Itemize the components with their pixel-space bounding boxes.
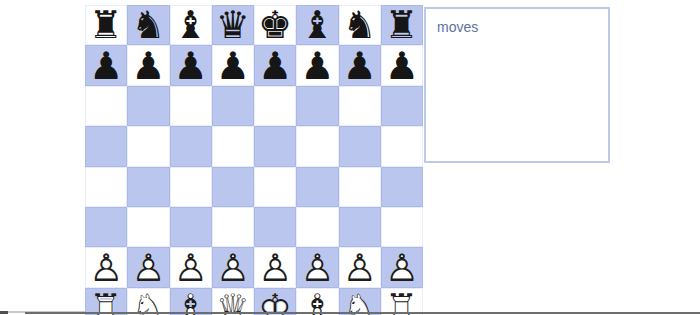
piece-white-pawn-outline: ♙ — [343, 249, 377, 287]
square-e4[interactable] — [254, 167, 296, 207]
square-c2[interactable]: ♟♙ — [170, 247, 212, 287]
square-a1[interactable]: ♜♖ — [85, 288, 127, 315]
square-a3[interactable] — [85, 207, 127, 247]
square-b8[interactable]: ♞ — [127, 5, 169, 45]
square-h4[interactable] — [381, 167, 423, 207]
square-h2[interactable]: ♟♙ — [381, 247, 423, 287]
square-h7[interactable]: ♟ — [381, 45, 423, 85]
piece-black-knight[interactable]: ♞ — [131, 6, 165, 44]
square-g1[interactable]: ♞♘ — [339, 288, 381, 315]
piece-black-rook[interactable]: ♜ — [385, 6, 419, 44]
piece-black-bishop[interactable]: ♝ — [174, 6, 208, 44]
piece-black-pawn[interactable]: ♟ — [258, 47, 292, 85]
piece-white-pawn[interactable]: ♟♙ — [382, 248, 422, 286]
square-h6[interactable] — [381, 86, 423, 126]
square-a5[interactable] — [85, 126, 127, 166]
square-f2[interactable]: ♟♙ — [296, 247, 338, 287]
piece-white-pawn-outline: ♙ — [216, 249, 250, 287]
piece-black-pawn[interactable]: ♟ — [89, 47, 123, 85]
piece-white-pawn-outline: ♙ — [300, 249, 334, 287]
square-h1[interactable]: ♜♖ — [381, 288, 423, 315]
piece-black-pawn[interactable]: ♟ — [216, 47, 250, 85]
square-a4[interactable] — [85, 167, 127, 207]
square-f7[interactable]: ♟ — [296, 45, 338, 85]
piece-black-rook[interactable]: ♜ — [89, 6, 123, 44]
square-b7[interactable]: ♟ — [127, 45, 169, 85]
square-b2[interactable]: ♟♙ — [127, 247, 169, 287]
square-g6[interactable] — [339, 86, 381, 126]
piece-black-pawn[interactable]: ♟ — [131, 47, 165, 85]
piece-black-pawn[interactable]: ♟ — [385, 47, 419, 85]
square-d3[interactable] — [212, 207, 254, 247]
piece-black-bishop[interactable]: ♝ — [300, 6, 334, 44]
square-c3[interactable] — [170, 207, 212, 247]
square-c1[interactable]: ♝♗ — [170, 288, 212, 315]
square-a2[interactable]: ♟♙ — [85, 247, 127, 287]
square-e7[interactable]: ♟ — [254, 45, 296, 85]
square-g2[interactable]: ♟♙ — [339, 247, 381, 287]
moves-panel-title: moves — [437, 19, 608, 35]
piece-black-knight[interactable]: ♞ — [343, 6, 377, 44]
square-b3[interactable] — [127, 207, 169, 247]
piece-white-pawn[interactable]: ♟♙ — [255, 248, 295, 286]
square-b4[interactable] — [127, 167, 169, 207]
piece-white-pawn[interactable]: ♟♙ — [171, 248, 211, 286]
piece-black-pawn[interactable]: ♟ — [174, 47, 208, 85]
piece-black-pawn[interactable]: ♟ — [343, 47, 377, 85]
square-c7[interactable]: ♟ — [170, 45, 212, 85]
piece-white-pawn[interactable]: ♟♙ — [213, 248, 253, 286]
bottom-edge-cap — [0, 311, 8, 314]
square-f8[interactable]: ♝ — [296, 5, 338, 45]
square-e6[interactable] — [254, 86, 296, 126]
square-h5[interactable] — [381, 126, 423, 166]
piece-white-pawn-outline: ♙ — [174, 249, 208, 287]
piece-white-pawn[interactable]: ♟♙ — [340, 248, 380, 286]
square-f6[interactable] — [296, 86, 338, 126]
square-c8[interactable]: ♝ — [170, 5, 212, 45]
square-d6[interactable] — [212, 86, 254, 126]
square-d7[interactable]: ♟ — [212, 45, 254, 85]
square-c6[interactable] — [170, 86, 212, 126]
square-d8[interactable]: ♛ — [212, 5, 254, 45]
square-a8[interactable]: ♜ — [85, 5, 127, 45]
piece-white-pawn-outline: ♙ — [258, 249, 292, 287]
square-f1[interactable]: ♝♗ — [296, 288, 338, 315]
piece-white-pawn[interactable]: ♟♙ — [128, 248, 168, 286]
square-g3[interactable] — [339, 207, 381, 247]
square-e1[interactable]: ♚♔ — [254, 288, 296, 315]
square-h8[interactable]: ♜ — [381, 5, 423, 45]
square-h3[interactable] — [381, 207, 423, 247]
square-g4[interactable] — [339, 167, 381, 207]
piece-white-pawn-outline: ♙ — [89, 249, 123, 287]
square-d5[interactable] — [212, 126, 254, 166]
square-c4[interactable] — [170, 167, 212, 207]
piece-white-pawn-outline: ♙ — [131, 249, 165, 287]
square-a6[interactable] — [85, 86, 127, 126]
square-f4[interactable] — [296, 167, 338, 207]
square-d4[interactable] — [212, 167, 254, 207]
square-d1[interactable]: ♛♕ — [212, 288, 254, 315]
square-f3[interactable] — [296, 207, 338, 247]
square-c5[interactable] — [170, 126, 212, 166]
square-b5[interactable] — [127, 126, 169, 166]
square-f5[interactable] — [296, 126, 338, 166]
page: ♜♞♝♛♚♝♞♜♟♟♟♟♟♟♟♟♟♙♟♙♟♙♟♙♟♙♟♙♟♙♟♙♜♖♞♘♝♗♛♕… — [0, 0, 700, 315]
piece-black-queen[interactable]: ♛ — [216, 6, 250, 44]
square-a7[interactable]: ♟ — [85, 45, 127, 85]
square-e5[interactable] — [254, 126, 296, 166]
piece-black-king[interactable]: ♚ — [258, 6, 292, 44]
square-g7[interactable]: ♟ — [339, 45, 381, 85]
piece-white-pawn-outline: ♙ — [385, 249, 419, 287]
piece-white-pawn[interactable]: ♟♙ — [297, 248, 337, 286]
chess-board: ♜♞♝♛♚♝♞♜♟♟♟♟♟♟♟♟♟♙♟♙♟♙♟♙♟♙♟♙♟♙♟♙♜♖♞♘♝♗♛♕… — [85, 5, 423, 315]
square-b6[interactable] — [127, 86, 169, 126]
square-e8[interactable]: ♚ — [254, 5, 296, 45]
piece-white-pawn[interactable]: ♟♙ — [86, 248, 126, 286]
moves-panel: moves — [424, 7, 610, 163]
square-g8[interactable]: ♞ — [339, 5, 381, 45]
square-b1[interactable]: ♞♘ — [127, 288, 169, 315]
square-e3[interactable] — [254, 207, 296, 247]
square-e2[interactable]: ♟♙ — [254, 247, 296, 287]
square-g5[interactable] — [339, 126, 381, 166]
square-d2[interactable]: ♟♙ — [212, 247, 254, 287]
piece-black-pawn[interactable]: ♟ — [300, 47, 334, 85]
bottom-edge-line-dark — [25, 312, 700, 314]
